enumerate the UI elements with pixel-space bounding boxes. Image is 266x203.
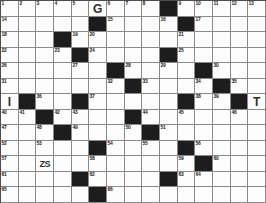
grid-cell[interactable]	[89, 79, 107, 95]
grid-cell[interactable]: 37	[89, 94, 107, 110]
grid-cell[interactable]	[142, 94, 160, 110]
grid-cell[interactable]	[231, 63, 249, 79]
grid-cell[interactable]	[54, 141, 72, 157]
grid-cell[interactable]	[248, 141, 266, 157]
clue-number: 28	[125, 63, 131, 69]
grid-cell[interactable]: 66	[107, 187, 125, 203]
black-cell	[125, 79, 143, 95]
grid-cell[interactable]	[125, 141, 143, 157]
grid-cell[interactable]	[72, 187, 90, 203]
grid-cell[interactable]: 14	[1, 17, 19, 33]
clue-number: 60	[213, 156, 219, 162]
grid-cell[interactable]	[142, 172, 160, 188]
clue-number: 42	[54, 110, 60, 116]
grid-cell[interactable]: 45	[178, 110, 196, 126]
grid-cell[interactable]	[178, 79, 196, 95]
grid-cell[interactable]: 22	[1, 48, 19, 64]
grid-cell[interactable]: 1	[1, 1, 19, 17]
clue-number: 65	[1, 187, 7, 193]
black-cell	[125, 110, 143, 126]
clue-number: 51	[160, 125, 166, 131]
grid-cell[interactable]: 60	[213, 156, 231, 172]
black-cell	[178, 141, 196, 157]
clue-number: 6	[107, 1, 110, 7]
grid-cell[interactable]: 29	[160, 63, 178, 79]
grid-cell[interactable]	[248, 17, 266, 33]
grid-cell[interactable]	[213, 125, 231, 141]
grid-cell[interactable]	[195, 187, 213, 203]
grid-cell[interactable]	[54, 187, 72, 203]
grid-cell[interactable]: 59	[178, 156, 196, 172]
grid-cell[interactable]	[19, 141, 37, 157]
grid-cell[interactable]: 9	[178, 1, 196, 17]
grid-cell[interactable]	[248, 63, 266, 79]
grid-cell[interactable]: 16	[160, 17, 178, 33]
grid-cell[interactable]	[125, 172, 143, 188]
clue-number: 58	[89, 156, 95, 162]
clue-number: 56	[195, 141, 201, 147]
grid-cell[interactable]: 25	[178, 48, 196, 64]
clue-number: 29	[160, 63, 166, 69]
grid-cell[interactable]	[178, 187, 196, 203]
grid-cell[interactable]: 19	[72, 32, 90, 48]
clue-number: 66	[107, 187, 113, 193]
clue-number: 23	[54, 48, 60, 54]
grid-cell[interactable]	[231, 141, 249, 157]
grid-cell[interactable]: 3	[36, 1, 54, 17]
grid-cell[interactable]	[248, 48, 266, 64]
clue-number: 24	[89, 48, 95, 54]
grid-cell[interactable]: 53	[36, 141, 54, 157]
clue-number: 9	[178, 1, 181, 7]
black-cell	[160, 48, 178, 64]
grid-cell[interactable]	[142, 17, 160, 33]
grid-cell[interactable]	[142, 48, 160, 64]
clue-number: 38	[195, 94, 201, 100]
black-cell	[72, 94, 90, 110]
grid-cell[interactable]: 43	[72, 110, 90, 126]
grid-cell[interactable]	[19, 187, 37, 203]
grid-cell[interactable]: 51	[160, 125, 178, 141]
grid-cell[interactable]: 52	[1, 141, 19, 157]
grid-cell[interactable]: 32	[107, 79, 125, 95]
grid-cell[interactable]: 11	[213, 1, 231, 17]
grid-cell[interactable]	[19, 125, 37, 141]
grid-cell[interactable]	[160, 32, 178, 48]
grid-cell[interactable]	[36, 187, 54, 203]
grid-cell[interactable]	[248, 110, 266, 126]
black-cell	[89, 187, 107, 203]
grid-cell[interactable]: 33	[142, 79, 160, 95]
grid-cell[interactable]: 34	[195, 79, 213, 95]
clue-number: 55	[142, 141, 148, 147]
grid-cell[interactable]: 30	[213, 63, 231, 79]
grid-cell[interactable]	[248, 32, 266, 48]
grid-cell[interactable]	[36, 32, 54, 48]
grid-cell[interactable]: 28	[125, 63, 143, 79]
grid-cell[interactable]	[36, 79, 54, 95]
grid-cell[interactable]	[72, 141, 90, 157]
grid-cell[interactable]	[72, 79, 90, 95]
black-cell	[89, 17, 107, 33]
black-cell	[231, 94, 249, 110]
grid-cell[interactable]	[19, 17, 37, 33]
grid-cell[interactable]: 56	[195, 141, 213, 157]
grid-cell[interactable]: 50	[125, 125, 143, 141]
cell-letter: T	[248, 94, 265, 109]
grid-cell[interactable]: 40	[1, 110, 19, 126]
grid-cell[interactable]	[89, 63, 107, 79]
grid-cell[interactable]: 5	[72, 1, 90, 17]
grid-cell[interactable]: G	[89, 1, 107, 17]
cell-letter: I	[1, 94, 18, 109]
clue-number: 48	[36, 125, 42, 131]
grid-cell[interactable]: 48	[36, 125, 54, 141]
grid-cell[interactable]	[142, 187, 160, 203]
grid-cell[interactable]	[160, 79, 178, 95]
clue-number: 14	[1, 17, 7, 23]
grid-cell[interactable]	[195, 32, 213, 48]
black-cell	[160, 172, 178, 188]
black-cell	[89, 141, 107, 157]
grid-cell[interactable]: 61	[1, 172, 19, 188]
grid-cell[interactable]: 4	[54, 1, 72, 17]
cell-letter: ZS	[36, 156, 53, 171]
grid-cell[interactable]	[19, 63, 37, 79]
grid-cell[interactable]	[178, 125, 196, 141]
grid-cell[interactable]	[125, 48, 143, 64]
grid-cell[interactable]	[36, 17, 54, 33]
clue-number: 8	[142, 1, 145, 7]
grid-cell[interactable]	[231, 172, 249, 188]
clue-number: 31	[1, 79, 7, 85]
clue-number: 40	[1, 110, 7, 116]
clue-number: 25	[178, 48, 184, 54]
grid-cell[interactable]: 18	[1, 32, 19, 48]
grid-cell[interactable]	[54, 63, 72, 79]
clue-number: 47	[1, 125, 7, 131]
black-cell	[178, 17, 196, 33]
clue-number: 19	[72, 32, 78, 38]
grid-cell[interactable]: 17	[195, 17, 213, 33]
grid-cell[interactable]: 24	[89, 48, 107, 64]
grid-cell[interactable]	[248, 125, 266, 141]
grid-cell[interactable]: 42	[54, 110, 72, 126]
clue-number: 32	[107, 79, 113, 85]
clue-number: 11	[213, 1, 218, 7]
grid-cell[interactable]	[36, 48, 54, 64]
grid-cell[interactable]	[107, 32, 125, 48]
clue-number: 27	[72, 63, 78, 69]
grid-cell[interactable]	[125, 32, 143, 48]
grid-cell[interactable]	[213, 187, 231, 203]
grid-cell[interactable]	[107, 48, 125, 64]
grid-cell[interactable]: 47	[1, 125, 19, 141]
grid-cell[interactable]: 31	[1, 79, 19, 95]
clue-number: 61	[1, 172, 7, 178]
clue-number: 49	[72, 125, 78, 131]
clue-number: 15	[107, 17, 113, 23]
grid-cell[interactable]	[213, 172, 231, 188]
grid-cell[interactable]	[19, 48, 37, 64]
grid-cell[interactable]	[231, 156, 249, 172]
black-cell	[19, 94, 37, 110]
grid-cell[interactable]	[19, 172, 37, 188]
grid-cell[interactable]	[248, 187, 266, 203]
grid-cell[interactable]: I	[1, 94, 19, 110]
grid-cell[interactable]: 36	[36, 94, 54, 110]
grid-cell[interactable]	[231, 125, 249, 141]
grid-cell[interactable]	[231, 48, 249, 64]
black-cell	[54, 32, 72, 48]
clue-number: 36	[36, 94, 42, 100]
clue-number: 34	[195, 79, 201, 85]
grid-cell[interactable]: 46	[231, 110, 249, 126]
grid-cell[interactable]	[89, 125, 107, 141]
grid-cell[interactable]: 58	[89, 156, 107, 172]
clue-number: 22	[1, 48, 7, 54]
grid-cell[interactable]	[213, 17, 231, 33]
clue-number: 59	[178, 156, 184, 162]
black-cell	[195, 156, 213, 172]
grid-cell[interactable]: 7	[125, 1, 143, 17]
grid-cell[interactable]	[160, 141, 178, 157]
black-cell	[160, 1, 178, 17]
grid-cell[interactable]	[19, 79, 37, 95]
clue-number: 44	[142, 110, 148, 116]
grid-cell[interactable]: 35	[231, 79, 249, 95]
grid-cell[interactable]	[36, 172, 54, 188]
crossword-board: 12345G6789101112131415161718192021222324…	[0, 0, 266, 203]
grid-cell[interactable]	[54, 156, 72, 172]
clue-number: 50	[125, 125, 131, 131]
grid-cell[interactable]	[160, 110, 178, 126]
grid-cell[interactable]	[160, 187, 178, 203]
black-cell	[107, 63, 125, 79]
clue-number: 57	[1, 156, 7, 162]
grid-cell[interactable]	[142, 32, 160, 48]
grid-cell[interactable]: 20	[89, 32, 107, 48]
grid-cell[interactable]	[160, 94, 178, 110]
clue-number: 39	[213, 94, 219, 100]
grid-cell[interactable]: 6	[107, 1, 125, 17]
grid-cell[interactable]	[125, 187, 143, 203]
black-cell	[72, 48, 90, 64]
grid-cell[interactable]	[248, 79, 266, 95]
clue-number: 4	[54, 1, 57, 7]
grid-cell[interactable]	[107, 110, 125, 126]
grid-cell[interactable]: 10	[195, 1, 213, 17]
grid-cell[interactable]: 13	[248, 1, 266, 17]
grid-cell[interactable]: 8	[142, 1, 160, 17]
grid-cell[interactable]: 65	[1, 187, 19, 203]
black-cell	[72, 172, 90, 188]
clue-number: 7	[125, 1, 128, 7]
grid-cell[interactable]	[231, 32, 249, 48]
grid-cell[interactable]: 23	[54, 48, 72, 64]
black-cell	[54, 125, 72, 141]
grid-cell[interactable]	[195, 125, 213, 141]
grid-cell[interactable]	[89, 110, 107, 126]
black-cell	[178, 94, 196, 110]
grid-cell[interactable]	[248, 172, 266, 188]
clue-number: 35	[231, 79, 237, 85]
grid-cell[interactable]	[72, 156, 90, 172]
clue-number: 63	[178, 172, 184, 178]
grid-cell[interactable]	[107, 94, 125, 110]
clue-number: 3	[36, 1, 39, 7]
grid-cell[interactable]: 57	[1, 156, 19, 172]
grid-cell[interactable]	[54, 17, 72, 33]
clue-number: 53	[36, 141, 42, 147]
clue-number: 12	[231, 1, 237, 7]
grid-cell[interactable]	[231, 187, 249, 203]
grid-cell[interactable]	[160, 156, 178, 172]
grid-cell[interactable]: ZS	[36, 156, 54, 172]
black-cell	[142, 125, 160, 141]
clue-number: 5	[72, 1, 75, 7]
grid-cell[interactable]	[142, 156, 160, 172]
grid-cell[interactable]	[178, 63, 196, 79]
grid-cell[interactable]	[142, 63, 160, 79]
clue-number: 45	[178, 110, 184, 116]
clue-number: 46	[231, 110, 237, 116]
clue-number: 54	[107, 141, 113, 147]
clue-number: 26	[1, 63, 7, 69]
clue-number: 43	[72, 110, 78, 116]
grid-cell[interactable]: 39	[213, 94, 231, 110]
grid-cell[interactable]: 21	[178, 32, 196, 48]
grid-cell[interactable]	[54, 79, 72, 95]
grid-cell[interactable]: 63	[178, 172, 196, 188]
cell-letter: G	[89, 1, 106, 16]
grid-cell[interactable]	[125, 156, 143, 172]
grid-cell[interactable]	[72, 17, 90, 33]
grid-cell[interactable]: 49	[72, 125, 90, 141]
grid-cell[interactable]	[213, 110, 231, 126]
clue-number: 2	[19, 1, 22, 7]
clue-number: 62	[89, 172, 95, 178]
grid-cell[interactable]	[19, 156, 37, 172]
grid-cell[interactable]: 64	[195, 172, 213, 188]
clue-number: 41	[19, 110, 25, 116]
grid-cell[interactable]	[213, 48, 231, 64]
grid-cell[interactable]: T	[248, 94, 266, 110]
grid-cell[interactable]	[231, 17, 249, 33]
grid-cell[interactable]	[125, 94, 143, 110]
grid-cell[interactable]	[248, 156, 266, 172]
clue-number: 20	[89, 32, 95, 38]
grid-cell[interactable]: 44	[142, 110, 160, 126]
grid-cell[interactable]: 27	[72, 63, 90, 79]
grid-cell[interactable]	[107, 172, 125, 188]
clue-number: 37	[89, 94, 95, 100]
black-cell	[195, 63, 213, 79]
clue-number: 17	[195, 17, 201, 23]
clue-number: 21	[178, 32, 184, 38]
clue-number: 52	[1, 141, 7, 147]
black-cell	[213, 79, 231, 95]
grid-cell[interactable]: 62	[89, 172, 107, 188]
clue-number: 13	[248, 1, 254, 7]
grid-cell[interactable]: 54	[107, 141, 125, 157]
grid-cell[interactable]: 55	[142, 141, 160, 157]
grid-cell[interactable]	[195, 48, 213, 64]
grid-cell[interactable]: 2	[19, 1, 37, 17]
grid-cell[interactable]: 26	[1, 63, 19, 79]
grid-cell[interactable]: 15	[107, 17, 125, 33]
grid-cell[interactable]	[125, 17, 143, 33]
grid-cell[interactable]: 38	[195, 94, 213, 110]
grid-cell[interactable]	[107, 125, 125, 141]
clue-number: 64	[195, 172, 201, 178]
black-cell	[36, 110, 54, 126]
grid-cell[interactable]	[54, 94, 72, 110]
clue-number: 33	[142, 79, 148, 85]
clue-number: 30	[213, 63, 219, 69]
clue-number: 10	[195, 1, 201, 7]
grid-cell[interactable]	[213, 32, 231, 48]
grid-cell[interactable]	[195, 110, 213, 126]
grid-cell[interactable]: 12	[231, 1, 249, 17]
grid-cell[interactable]	[213, 141, 231, 157]
grid-cell[interactable]	[36, 63, 54, 79]
clue-number: 16	[160, 17, 166, 23]
clue-number: 1	[1, 1, 4, 7]
clue-number: 18	[1, 32, 7, 38]
grid-cell[interactable]	[107, 156, 125, 172]
grid-cell[interactable]: 41	[19, 110, 37, 126]
grid-cell[interactable]	[54, 172, 72, 188]
grid-cell[interactable]	[19, 32, 37, 48]
